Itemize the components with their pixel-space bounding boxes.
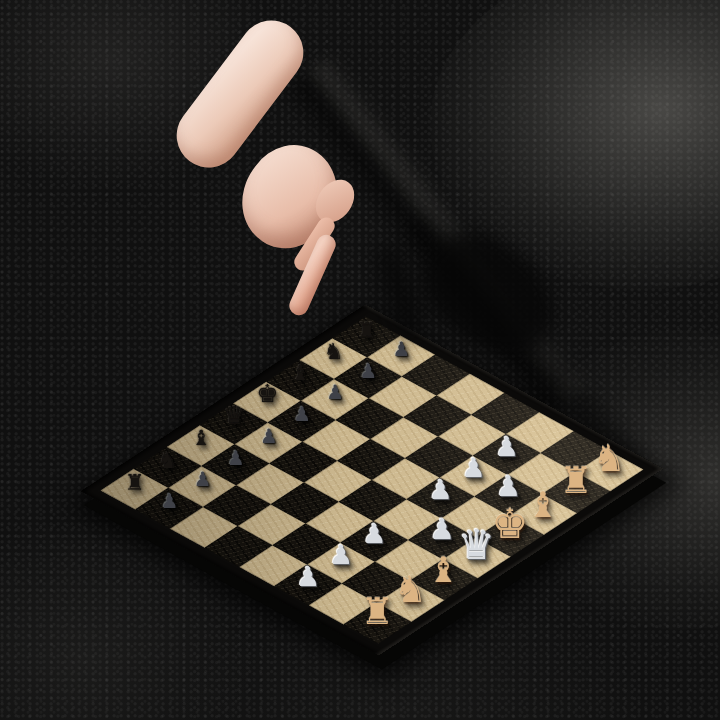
- piece-white-rook-g1[interactable]: ♜: [559, 463, 592, 500]
- scene: ♜♞♝♛♚♝♞♜♟♟♟♟♟♟♟♟♟♟♟♟♟♟♟♟♜♞♝♛♚♝♜♞: [0, 0, 720, 720]
- piece-black-pawn-d7[interactable]: ♟: [260, 427, 278, 447]
- piece-white-rook-a1[interactable]: ♜: [361, 594, 394, 631]
- piece-white-king-e1[interactable]: ♚: [491, 503, 528, 544]
- piece-white-pawn-c3[interactable]: ♟: [362, 520, 386, 547]
- piece-white-bishop-c1[interactable]: ♝: [428, 552, 459, 587]
- piece-black-pawn-c7[interactable]: ♟: [227, 449, 245, 469]
- piece-black-pawn-h7[interactable]: ♟: [393, 340, 411, 360]
- piece-black-bishop-f8[interactable]: ♝: [291, 363, 310, 384]
- piece-white-knight-h1[interactable]: ♞: [593, 442, 626, 479]
- piece-white-pawn-d2[interactable]: ♟: [429, 516, 455, 545]
- piece-black-pawn-a7[interactable]: ♟: [161, 492, 179, 512]
- piece-black-pawn-g7[interactable]: ♟: [359, 362, 377, 382]
- piece-black-pawn-e7[interactable]: ♟: [293, 405, 311, 425]
- piece-white-pawn-f3[interactable]: ♟: [462, 455, 486, 482]
- piece-black-rook-a8[interactable]: ♜: [125, 471, 145, 493]
- piece-white-knight-b1[interactable]: ♞: [394, 572, 427, 609]
- piece-black-rook-h8[interactable]: ♜: [357, 319, 377, 341]
- piece-white-queen-d1[interactable]: ♛: [458, 525, 495, 566]
- piece-white-pawn-g3[interactable]: ♟: [495, 433, 519, 460]
- piece-black-knight-g8[interactable]: ♞: [324, 341, 344, 363]
- piece-white-bishop-f1[interactable]: ♝: [527, 487, 558, 522]
- piece-black-bishop-c8[interactable]: ♝: [192, 428, 211, 449]
- piece-black-pawn-b7[interactable]: ♟: [194, 470, 212, 490]
- piece-white-pawn-e3[interactable]: ♟: [428, 477, 452, 504]
- piece-black-knight-b8[interactable]: ♞: [158, 449, 178, 471]
- piece-black-queen-d8[interactable]: ♛: [223, 404, 245, 429]
- piece-white-pawn-f2[interactable]: ♟: [496, 473, 522, 502]
- piece-black-pawn-f7[interactable]: ♟: [326, 383, 344, 403]
- piece-black-king-e8[interactable]: ♚: [256, 382, 278, 407]
- piece-white-pawn-b3[interactable]: ♟: [329, 542, 353, 569]
- piece-white-pawn-a3[interactable]: ♟: [296, 564, 320, 591]
